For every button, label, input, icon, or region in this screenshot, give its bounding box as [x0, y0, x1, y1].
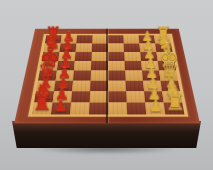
square-a3[interactable]: [126, 102, 146, 114]
square-h6[interactable]: [76, 35, 92, 43]
square-a6[interactable]: [69, 102, 89, 114]
board-scene: ♜♟♟♜♞♟♟♞♝♟♟♝♚♟♟♚♛♟♟♛♝♟♟♝♞♟♟♞♜♟♟♜: [26, 0, 188, 151]
square-g5[interactable]: [91, 43, 107, 52]
square-b6[interactable]: [71, 91, 90, 102]
gold-rook-a1[interactable]: ♜: [165, 91, 184, 113]
square-f3[interactable]: [124, 52, 141, 61]
square-a2[interactable]: ♟: [145, 102, 165, 114]
board-frame: ♜♟♟♜♞♟♟♞♝♟♟♝♚♟♟♚♛♟♟♛♝♟♟♝♞♟♟♞♜♟♟♜: [14, 29, 200, 123]
square-g6[interactable]: [75, 43, 92, 52]
square-h5[interactable]: [92, 35, 108, 43]
square-a4[interactable]: [108, 102, 127, 114]
square-c6[interactable]: [72, 81, 90, 92]
square-d4[interactable]: [108, 71, 126, 81]
square-e3[interactable]: [124, 61, 141, 71]
gold-pawn-a2[interactable]: ♟: [146, 98, 165, 114]
square-h3[interactable]: [123, 35, 139, 43]
square-b4[interactable]: [108, 91, 127, 102]
board-border-strip: ♜♟♟♜♞♟♟♞♝♟♟♝♚♟♟♚♛♟♟♛♝♟♟♝♞♟♟♞♜♟♟♜: [26, 33, 189, 117]
square-a1[interactable]: ♜: [163, 102, 184, 114]
square-d6[interactable]: [73, 71, 91, 81]
square-f6[interactable]: [74, 52, 91, 61]
square-f4[interactable]: [107, 52, 124, 61]
square-a7[interactable]: ♟: [50, 102, 70, 114]
chess-board: ♜♟♟♜♞♟♟♞♝♟♟♝♚♟♟♚♛♟♟♛♝♟♟♝♞♟♟♞♜♟♟♜: [31, 35, 184, 114]
square-e5[interactable]: [90, 61, 107, 71]
square-b3[interactable]: [126, 91, 145, 102]
square-d5[interactable]: [90, 71, 107, 81]
red-rook-a8[interactable]: ♜: [31, 91, 50, 113]
square-g3[interactable]: [123, 43, 140, 52]
square-a8[interactable]: ♜: [31, 102, 52, 114]
square-d3[interactable]: [125, 71, 143, 81]
square-f5[interactable]: [91, 52, 108, 61]
square-e6[interactable]: [73, 61, 90, 71]
square-c4[interactable]: [108, 81, 126, 92]
red-pawn-a7[interactable]: ♟: [51, 98, 70, 114]
square-c3[interactable]: [125, 81, 144, 92]
square-a5[interactable]: [89, 102, 108, 114]
square-e4[interactable]: [107, 61, 124, 71]
photo-stage: ♜♟♟♜♞♟♟♞♝♟♟♝♚♟♟♚♛♟♟♛♝♟♟♝♞♟♟♞♜♟♟♜: [0, 0, 213, 170]
square-c5[interactable]: [90, 81, 108, 92]
square-b5[interactable]: [89, 91, 108, 102]
square-g4[interactable]: [107, 43, 123, 52]
square-h4[interactable]: [107, 35, 123, 43]
